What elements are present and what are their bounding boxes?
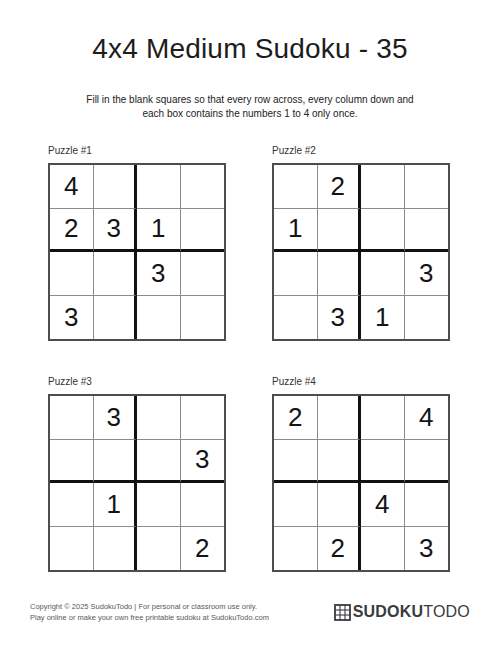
puzzle-4-label: Puzzle #4 [272,377,450,387]
puzzle-3-cell-r1c2: 3 [94,396,138,440]
instructions: Fill in the blank squares so that every … [0,93,500,121]
puzzle-1-cell-r3c3: 3 [137,252,181,296]
puzzle-4-cell-r2c3 [361,440,405,484]
puzzle-3-cell-r2c1 [50,440,94,484]
puzzle-3-cell-r4c2 [94,527,138,571]
puzzle-3-cell-r2c2 [94,440,138,484]
puzzle-2-cell-r3c2 [318,252,362,296]
puzzle-1-cell-r3c2 [94,252,138,296]
puzzle-4-cell-r1c3 [361,396,405,440]
puzzle-3-cell-r3c3 [137,483,181,527]
puzzle-1-cell-r4c1: 3 [50,296,94,340]
puzzle-3-cell-r1c3 [137,396,181,440]
puzzle-1-cell-r4c4 [181,296,225,340]
puzzle-2-label: Puzzle #2 [272,146,450,156]
puzzle-2-cell-r1c1 [274,165,318,209]
puzzle-4-cell-r1c4: 4 [405,396,449,440]
puzzle-1-label: Puzzle #1 [48,146,226,156]
puzzle-3-cell-r4c4: 2 [181,527,225,571]
puzzle-4-grid: 24423 [272,394,450,572]
puzzle-4-cell-r2c2 [318,440,362,484]
puzzle-4-cell-r1c2 [318,396,362,440]
puzzle-3-cell-r3c2: 1 [94,483,138,527]
puzzle-4-cell-r3c4 [405,483,449,527]
puzzle-3-cell-r1c1 [50,396,94,440]
instructions-line-2: each box contains the numbers 1 to 4 onl… [142,108,357,119]
puzzle-4: Puzzle #4 24423 [272,377,450,572]
puzzle-2-grid: 21331 [272,163,450,341]
puzzle-4-cell-r4c1 [274,527,318,571]
puzzle-4-cell-r2c4 [405,440,449,484]
puzzle-1-cell-r3c4 [181,252,225,296]
puzzle-3-cell-r4c1 [50,527,94,571]
puzzle-2-cell-r2c1: 1 [274,209,318,253]
instructions-line-1: Fill in the blank squares so that every … [86,94,413,105]
puzzle-3: Puzzle #3 3312 [48,377,226,572]
puzzle-2-cell-r4c2: 3 [318,296,362,340]
copyright-line-2: Play online or make your own free printa… [30,612,269,623]
page-footer: Copyright © 2025 SudokuTodo | For person… [30,601,470,623]
puzzle-2-cell-r3c1 [274,252,318,296]
puzzle-1-cell-r3c1 [50,252,94,296]
puzzle-1-cell-r2c2: 3 [94,209,138,253]
puzzle-3-label: Puzzle #3 [48,377,226,387]
puzzle-1-cell-r2c1: 2 [50,209,94,253]
puzzle-3-cell-r2c3 [137,440,181,484]
puzzle-1-cell-r1c2 [94,165,138,209]
puzzle-4-cell-r3c3: 4 [361,483,405,527]
printable-sudoku-page: 4x4 Medium Sudoku - 35 Fill in the blank… [0,0,500,647]
puzzle-3-cell-r4c3 [137,527,181,571]
puzzle-1-grid: 423133 [48,163,226,341]
puzzle-4-cell-r3c1 [274,483,318,527]
puzzle-1-cell-r4c3 [137,296,181,340]
puzzle-2: Puzzle #2 21331 [272,146,450,341]
puzzle-3-grid: 3312 [48,394,226,572]
puzzle-2-cell-r4c1 [274,296,318,340]
puzzle-3-cell-r2c4: 3 [181,440,225,484]
puzzle-2-cell-r2c3 [361,209,405,253]
sudokutodo-logo: SUDOKUTODO [334,603,470,621]
puzzle-2-cell-r2c2 [318,209,362,253]
puzzle-1-cell-r1c1: 4 [50,165,94,209]
puzzle-2-cell-r4c4 [405,296,449,340]
logo-text: SUDOKUTODO [353,603,470,621]
puzzle-2-cell-r2c4 [405,209,449,253]
puzzle-4-cell-r2c1 [274,440,318,484]
puzzle-2-cell-r1c3 [361,165,405,209]
puzzle-3-cell-r1c4 [181,396,225,440]
copyright-line-1: Copyright © 2025 SudokuTodo | For person… [30,601,269,612]
puzzle-2-cell-r3c4: 3 [405,252,449,296]
sudoku-grid-icon [334,604,351,621]
puzzle-2-cell-r1c4 [405,165,449,209]
puzzle-1-cell-r2c4 [181,209,225,253]
puzzle-1-cell-r1c3 [137,165,181,209]
puzzle-4-cell-r4c2: 2 [318,527,362,571]
puzzle-1: Puzzle #1 423133 [48,146,226,341]
puzzle-1-cell-r2c3: 1 [137,209,181,253]
puzzle-4-cell-r1c1: 2 [274,396,318,440]
puzzle-4-cell-r4c4: 3 [405,527,449,571]
copyright-text: Copyright © 2025 SudokuTodo | For person… [30,601,269,623]
page-title: 4x4 Medium Sudoku - 35 [0,33,500,65]
puzzle-2-cell-r3c3 [361,252,405,296]
logo-text-todo: TODO [423,603,470,620]
logo-text-sudoku: SUDOKU [353,603,424,620]
puzzle-2-cell-r4c3: 1 [361,296,405,340]
puzzle-3-cell-r3c1 [50,483,94,527]
puzzle-2-cell-r1c2: 2 [318,165,362,209]
puzzle-4-cell-r4c3 [361,527,405,571]
puzzle-1-cell-r4c2 [94,296,138,340]
puzzle-4-cell-r3c2 [318,483,362,527]
puzzle-3-cell-r3c4 [181,483,225,527]
puzzle-1-cell-r1c4 [181,165,225,209]
